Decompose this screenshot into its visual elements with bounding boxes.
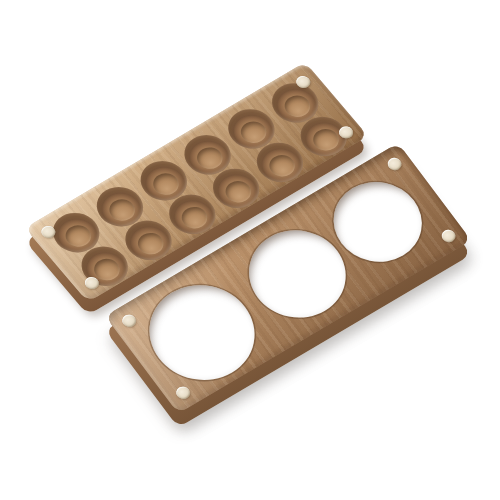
well-floor <box>177 203 213 233</box>
well-floor <box>148 169 184 199</box>
well-floor <box>280 91 316 121</box>
well-floor <box>61 221 97 251</box>
well-floor <box>264 151 300 181</box>
well-floor <box>133 229 169 259</box>
magnet-dot-1 <box>119 312 138 329</box>
magnet-dot-2 <box>384 155 403 172</box>
well-floor <box>192 143 228 173</box>
well-floor <box>236 117 272 147</box>
well-floor <box>221 177 257 207</box>
well-floor <box>104 195 140 225</box>
product-photo-wooden-palette-tray <box>0 0 500 500</box>
magnet-dot-3 <box>173 384 192 401</box>
magnet-dot-4 <box>438 227 457 244</box>
